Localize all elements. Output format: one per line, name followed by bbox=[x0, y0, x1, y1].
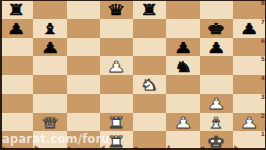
rank-label-3: 3 bbox=[261, 93, 265, 100]
rank-label-1: 1 bbox=[261, 130, 265, 137]
square-b5[interactable] bbox=[33, 56, 66, 75]
square-f2[interactable]: ♟ bbox=[166, 113, 199, 132]
square-c8[interactable] bbox=[67, 0, 100, 19]
square-a5[interactable] bbox=[0, 56, 33, 75]
square-d8[interactable]: ♛ bbox=[100, 0, 133, 19]
square-g4[interactable] bbox=[200, 75, 233, 94]
rank-label-2: 2 bbox=[261, 112, 265, 119]
chess-board: ♜♛♜8♟♝♚7♟♟♟♟6♟♞5♞4♟3♛♜♟♝2♟abcd♜efg♚1h bbox=[0, 0, 266, 150]
white-knight-e4[interactable]: ♞ bbox=[140, 78, 159, 93]
square-e5[interactable] bbox=[133, 56, 166, 75]
square-c7[interactable] bbox=[67, 19, 100, 38]
square-d4[interactable] bbox=[100, 75, 133, 94]
black-rook-a8[interactable]: ♜ bbox=[7, 3, 26, 18]
square-d5[interactable]: ♟ bbox=[100, 56, 133, 75]
square-a7[interactable]: ♟ bbox=[0, 19, 33, 38]
black-knight-f5[interactable]: ♞ bbox=[173, 59, 192, 74]
square-a2[interactable] bbox=[0, 113, 33, 132]
black-rook-e8[interactable]: ♜ bbox=[140, 3, 159, 18]
square-g1[interactable]: g♚ bbox=[200, 131, 233, 150]
rank-label-7: 7 bbox=[261, 18, 265, 25]
square-h8[interactable]: 8 bbox=[233, 0, 266, 19]
file-label-f: f bbox=[167, 144, 170, 150]
white-pawn-h2[interactable]: ♟ bbox=[240, 115, 259, 130]
square-g2[interactable]: ♝ bbox=[200, 113, 233, 132]
black-pawn-g6[interactable]: ♟ bbox=[207, 40, 226, 55]
square-f3[interactable] bbox=[166, 94, 199, 113]
square-d2[interactable]: ♜ bbox=[100, 113, 133, 132]
square-a3[interactable] bbox=[0, 94, 33, 113]
black-king-g7[interactable]: ♚ bbox=[207, 21, 226, 36]
square-e4[interactable]: ♞ bbox=[133, 75, 166, 94]
file-label-h: h bbox=[234, 144, 238, 150]
square-e8[interactable]: ♜ bbox=[133, 0, 166, 19]
white-bishop-g2[interactable]: ♝ bbox=[207, 115, 226, 130]
square-g8[interactable] bbox=[200, 0, 233, 19]
white-pawn-g3[interactable]: ♟ bbox=[207, 96, 226, 111]
square-g3[interactable]: ♟ bbox=[200, 94, 233, 113]
square-e7[interactable] bbox=[133, 19, 166, 38]
square-d3[interactable] bbox=[100, 94, 133, 113]
rank-label-8: 8 bbox=[261, 0, 265, 6]
square-e3[interactable] bbox=[133, 94, 166, 113]
square-e2[interactable] bbox=[133, 113, 166, 132]
square-f5[interactable]: ♞ bbox=[166, 56, 199, 75]
black-pawn-f6[interactable]: ♟ bbox=[173, 40, 192, 55]
white-pawn-d5[interactable]: ♟ bbox=[107, 59, 126, 74]
square-g6[interactable]: ♟ bbox=[200, 38, 233, 57]
rank-label-4: 4 bbox=[261, 74, 265, 81]
square-h5[interactable]: 5 bbox=[233, 56, 266, 75]
square-h7[interactable]: 7♟ bbox=[233, 19, 266, 38]
square-e6[interactable] bbox=[133, 38, 166, 57]
black-pawn-b6[interactable]: ♟ bbox=[40, 40, 59, 55]
square-h6[interactable]: 6 bbox=[233, 38, 266, 57]
square-e1[interactable]: e bbox=[133, 131, 166, 150]
square-a6[interactable] bbox=[0, 38, 33, 57]
square-g5[interactable] bbox=[200, 56, 233, 75]
square-b2[interactable]: ♛ bbox=[33, 113, 66, 132]
black-bishop-b7[interactable]: ♝ bbox=[40, 21, 59, 36]
square-b6[interactable]: ♟ bbox=[33, 38, 66, 57]
square-h1[interactable]: 1h bbox=[233, 131, 266, 150]
square-f4[interactable] bbox=[166, 75, 199, 94]
rank-label-6: 6 bbox=[261, 37, 265, 44]
square-g7[interactable]: ♚ bbox=[200, 19, 233, 38]
file-label-g: g bbox=[201, 144, 205, 150]
white-queen-b2[interactable]: ♛ bbox=[40, 115, 59, 130]
square-h2[interactable]: 2♟ bbox=[233, 113, 266, 132]
square-h4[interactable]: 4 bbox=[233, 75, 266, 94]
square-h3[interactable]: 3 bbox=[233, 94, 266, 113]
watermark-text: aparat.com/foru bbox=[2, 132, 110, 146]
square-d7[interactable] bbox=[100, 19, 133, 38]
black-pawn-h7[interactable]: ♟ bbox=[240, 21, 259, 36]
white-rook-d2[interactable]: ♜ bbox=[107, 115, 126, 130]
square-b8[interactable] bbox=[33, 0, 66, 19]
square-c3[interactable] bbox=[67, 94, 100, 113]
square-c4[interactable] bbox=[67, 75, 100, 94]
square-f7[interactable] bbox=[166, 19, 199, 38]
file-label-e: e bbox=[134, 144, 138, 150]
square-f8[interactable] bbox=[166, 0, 199, 19]
rank-label-5: 5 bbox=[261, 55, 265, 62]
square-b7[interactable]: ♝ bbox=[33, 19, 66, 38]
square-d6[interactable] bbox=[100, 38, 133, 57]
square-c6[interactable] bbox=[67, 38, 100, 57]
square-a4[interactable] bbox=[0, 75, 33, 94]
square-f1[interactable]: f bbox=[166, 131, 199, 150]
square-b3[interactable] bbox=[33, 94, 66, 113]
white-rook-d1[interactable]: ♜ bbox=[107, 134, 126, 149]
white-pawn-f2[interactable]: ♟ bbox=[173, 115, 192, 130]
black-queen-d8[interactable]: ♛ bbox=[107, 3, 126, 18]
black-pawn-a7[interactable]: ♟ bbox=[7, 21, 26, 36]
square-a8[interactable]: ♜ bbox=[0, 0, 33, 19]
chess-board-video-frame: ♜♛♜8♟♝♚7♟♟♟♟6♟♞5♞4♟3♛♜♟♝2♟abcd♜efg♚1h ap… bbox=[0, 0, 266, 150]
square-c5[interactable] bbox=[67, 56, 100, 75]
square-b4[interactable] bbox=[33, 75, 66, 94]
square-c2[interactable] bbox=[67, 113, 100, 132]
white-king-g1[interactable]: ♚ bbox=[207, 134, 226, 149]
square-f6[interactable]: ♟ bbox=[166, 38, 199, 57]
